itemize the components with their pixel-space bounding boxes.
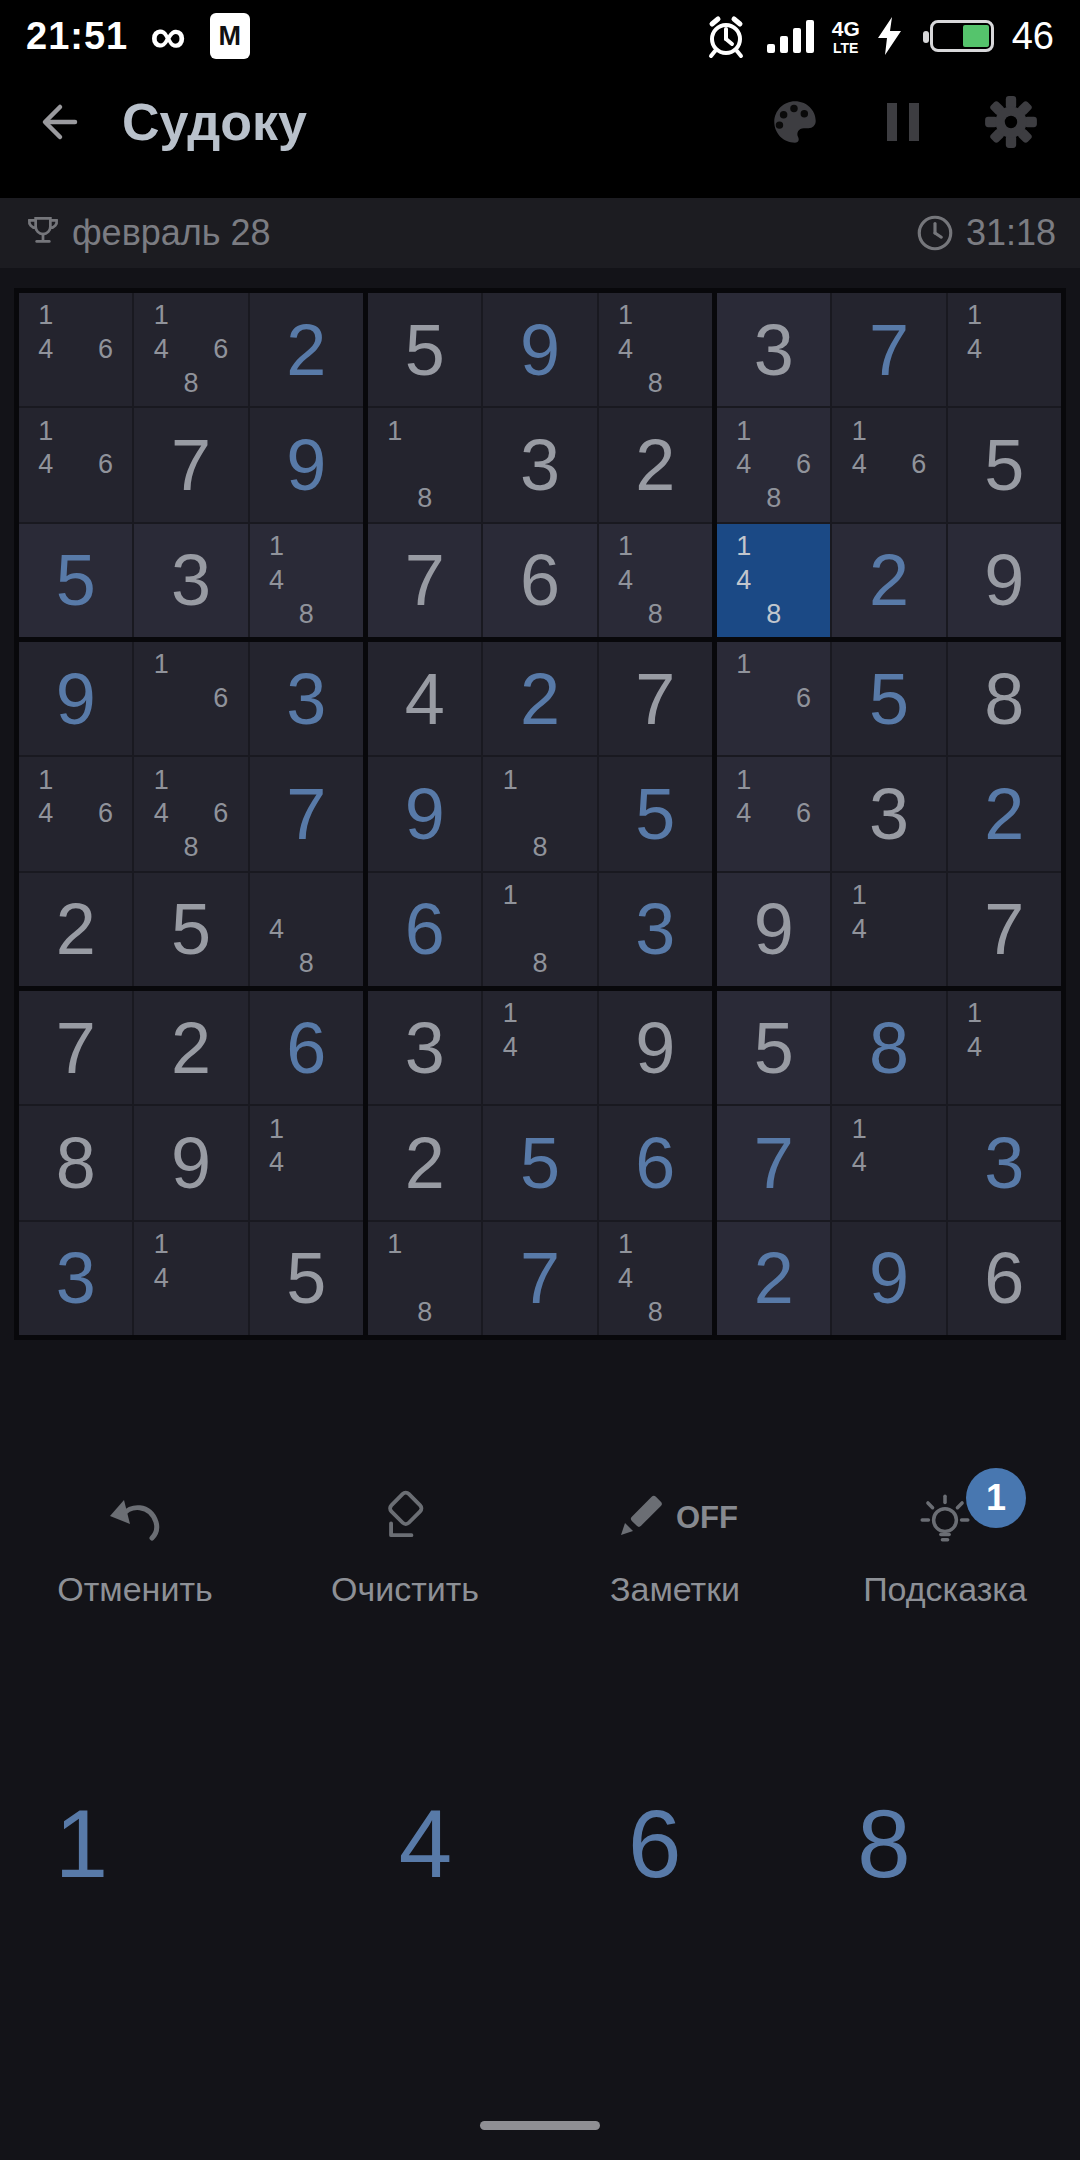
- signal-icon: [767, 19, 814, 53]
- note-8: 8: [291, 946, 321, 980]
- entered-digit: 9: [869, 1242, 909, 1314]
- note-7: [729, 597, 759, 631]
- cell-r3c2[interactable]: 3: [134, 524, 247, 637]
- note-9: [789, 831, 819, 865]
- battery-percent: 46: [1012, 15, 1054, 58]
- cell-r4c3[interactable]: 3: [250, 642, 363, 755]
- pencil-notes: 14: [960, 997, 1049, 1098]
- cell-r3c1[interactable]: 5: [19, 524, 132, 637]
- cell-r7c2[interactable]: 2: [134, 991, 247, 1104]
- entered-digit: 7: [754, 1127, 794, 1199]
- note-2: [874, 414, 904, 448]
- cell-r9c3[interactable]: 5: [250, 1222, 363, 1335]
- block-8: 3149256187148: [368, 991, 712, 1335]
- numpad: 1468: [0, 1777, 1080, 1911]
- pause-button[interactable]: [874, 93, 932, 151]
- cell-r3c5[interactable]: 6: [483, 524, 596, 637]
- note-1: 1: [146, 299, 176, 333]
- note-2: [759, 763, 789, 797]
- cell-r4c4[interactable]: 4: [368, 642, 481, 755]
- given-digit: 9: [984, 544, 1024, 616]
- hint-label: Подсказка: [863, 1570, 1027, 1609]
- entered-digit: 3: [635, 893, 675, 965]
- cell-r1c7[interactable]: 3: [717, 293, 830, 406]
- note-2: [759, 530, 789, 564]
- cell-r6c5[interactable]: 18: [483, 873, 596, 986]
- gmail-icon: M: [210, 13, 250, 59]
- numpad-key-8[interactable]: 8: [827, 1777, 942, 1911]
- cell-r4c7[interactable]: 16: [717, 642, 830, 755]
- note-4: 4: [611, 333, 641, 367]
- note-3: [91, 414, 121, 448]
- note-3: [321, 1112, 351, 1146]
- note-5: [989, 333, 1019, 367]
- cell-r1c4[interactable]: 5: [368, 293, 481, 406]
- note-4: [495, 912, 525, 946]
- given-digit: 2: [405, 1127, 445, 1199]
- note-3: [91, 763, 121, 797]
- note-5: [640, 333, 670, 367]
- note-1: 1: [31, 414, 61, 448]
- cell-r7c9[interactable]: 14: [948, 991, 1061, 1104]
- note-6: 6: [91, 797, 121, 831]
- note-8: [874, 1180, 904, 1214]
- pencil-notes: 146: [729, 763, 818, 864]
- note-3: [1019, 299, 1049, 333]
- note-7: [262, 597, 292, 631]
- cell-r9c4[interactable]: 18: [368, 1222, 481, 1335]
- cell-r6c6[interactable]: 3: [599, 873, 712, 986]
- cell-r2c5[interactable]: 3: [483, 408, 596, 521]
- pencil-notes: 18: [495, 763, 584, 864]
- given-digit: 7: [171, 429, 211, 501]
- note-9: [321, 597, 351, 631]
- note-5: [525, 1031, 555, 1065]
- note-2: [61, 414, 91, 448]
- note-3: [789, 530, 819, 564]
- note-5: [176, 797, 206, 831]
- cell-r5c9[interactable]: 2: [948, 757, 1061, 870]
- note-8: [61, 831, 91, 865]
- entered-digit: 9: [56, 663, 96, 735]
- note-5: [61, 797, 91, 831]
- note-9: [670, 597, 700, 631]
- erase-label: Очистить: [331, 1570, 479, 1609]
- cell-r9c6[interactable]: 148: [599, 1222, 712, 1335]
- note-5: [61, 333, 91, 367]
- given-digit: 2: [171, 1012, 211, 1084]
- note-1: 1: [380, 1228, 410, 1262]
- note-8: 8: [759, 482, 789, 516]
- note-7: [844, 1180, 874, 1214]
- cell-r7c1[interactable]: 7: [19, 991, 132, 1104]
- block-1: 146146821467953148: [19, 293, 363, 637]
- note-7: [960, 1065, 990, 1099]
- note-2: [759, 648, 789, 682]
- note-5: [176, 682, 206, 716]
- given-digit: 7: [56, 1012, 96, 1084]
- note-2: [291, 1112, 321, 1146]
- note-7: [380, 1295, 410, 1329]
- cell-r4c2[interactable]: 16: [134, 642, 247, 755]
- note-7: [380, 482, 410, 516]
- given-digit: 7: [635, 663, 675, 735]
- cell-r5c5[interactable]: 18: [483, 757, 596, 870]
- note-2: [61, 763, 91, 797]
- cell-r9c2[interactable]: 14: [134, 1222, 247, 1335]
- given-digit: 2: [56, 893, 96, 965]
- cell-r7c3[interactable]: 6: [250, 991, 363, 1104]
- pencil-notes: 1468: [146, 763, 235, 864]
- sudoku-board: 1461468214679531485914818327614837141468…: [14, 288, 1066, 1340]
- note-6: [321, 912, 351, 946]
- note-8: [874, 482, 904, 516]
- entered-digit: 2: [869, 544, 909, 616]
- note-4: 4: [844, 1146, 874, 1180]
- network-badge: 4G LTE: [832, 18, 860, 55]
- note-2: [291, 879, 321, 913]
- pencil-notes: 18: [380, 1228, 469, 1329]
- note-6: [789, 563, 819, 597]
- alarm-icon: [703, 13, 749, 59]
- note-5: [640, 1261, 670, 1295]
- note-1: 1: [31, 763, 61, 797]
- settings-button[interactable]: [982, 93, 1040, 151]
- cell-r8c5[interactable]: 5: [483, 1106, 596, 1219]
- undo-button[interactable]: Отменить: [0, 1486, 270, 1609]
- cell-r9c1[interactable]: 3: [19, 1222, 132, 1335]
- given-digit: 3: [754, 314, 794, 386]
- cell-r8c3[interactable]: 14: [250, 1106, 363, 1219]
- note-7: [611, 1295, 641, 1329]
- pencil-notes: 14: [495, 997, 584, 1098]
- block-2: 59148183276148: [368, 293, 712, 637]
- toolbar: Отменить Очистить OFF Заметки: [0, 1486, 1080, 1609]
- note-8: [759, 716, 789, 750]
- cell-r1c9[interactable]: 14: [948, 293, 1061, 406]
- cell-r8c6[interactable]: 6: [599, 1106, 712, 1219]
- cell-r5c3[interactable]: 7: [250, 757, 363, 870]
- pencil-notes: 1468: [729, 414, 818, 515]
- block-9: 58147143296: [717, 991, 1061, 1335]
- note-6: 6: [206, 682, 236, 716]
- cell-r9c8[interactable]: 9: [832, 1222, 945, 1335]
- note-7: [729, 716, 759, 750]
- given-digit: 8: [984, 663, 1024, 735]
- numpad-key-6[interactable]: 6: [597, 1777, 712, 1911]
- note-3: [555, 763, 585, 797]
- gear-icon: [982, 93, 1040, 151]
- note-2: [640, 1228, 670, 1262]
- cell-r2c1[interactable]: 146: [19, 408, 132, 521]
- note-2: [176, 763, 206, 797]
- note-5: [525, 797, 555, 831]
- cell-r3c4[interactable]: 7: [368, 524, 481, 637]
- home-indicator[interactable]: [480, 2121, 600, 2130]
- note-8: [759, 831, 789, 865]
- cell-r9c7[interactable]: 2: [717, 1222, 830, 1335]
- cell-r4c6[interactable]: 7: [599, 642, 712, 755]
- cell-r5c2[interactable]: 1468: [134, 757, 247, 870]
- given-digit: 7: [984, 893, 1024, 965]
- note-9: [91, 482, 121, 516]
- cell-r3c7[interactable]: 148: [717, 524, 830, 637]
- pencil-notes: 14: [960, 299, 1049, 400]
- entered-digit: 2: [286, 314, 326, 386]
- note-1: 1: [146, 1228, 176, 1262]
- note-4: 4: [495, 1031, 525, 1065]
- given-digit: 9: [754, 893, 794, 965]
- cell-r1c3[interactable]: 2: [250, 293, 363, 406]
- pencil-notes: 146: [31, 763, 120, 864]
- infinity-icon: ∞: [150, 19, 186, 54]
- note-2: [525, 997, 555, 1031]
- cell-r3c6[interactable]: 148: [599, 524, 712, 637]
- note-7: [146, 831, 176, 865]
- notes-label: Заметки: [610, 1570, 740, 1609]
- note-4: 4: [729, 448, 759, 482]
- cell-r6c8[interactable]: 14: [832, 873, 945, 986]
- cell-r2c9[interactable]: 5: [948, 408, 1061, 521]
- given-digit: 5: [171, 893, 211, 965]
- note-4: 4: [844, 448, 874, 482]
- note-3: [670, 530, 700, 564]
- cell-r5c8[interactable]: 3: [832, 757, 945, 870]
- note-6: [670, 563, 700, 597]
- note-7: [960, 367, 990, 401]
- note-8: [989, 367, 1019, 401]
- given-digit: 9: [635, 1012, 675, 1084]
- pencil-notes: 1468: [146, 299, 235, 400]
- note-5: [291, 563, 321, 597]
- battery-icon: [930, 20, 994, 52]
- pencil-notes: 14: [146, 1228, 235, 1329]
- erase-button[interactable]: Очистить: [270, 1486, 540, 1609]
- note-1: 1: [611, 530, 641, 564]
- note-3: [1019, 997, 1049, 1031]
- entered-digit: 5: [635, 778, 675, 850]
- cell-r1c1[interactable]: 146: [19, 293, 132, 406]
- note-6: 6: [789, 682, 819, 716]
- cell-r4c1[interactable]: 9: [19, 642, 132, 755]
- entered-digit: 7: [286, 778, 326, 850]
- cell-r1c5[interactable]: 9: [483, 293, 596, 406]
- cell-r6c1[interactable]: 2: [19, 873, 132, 986]
- hint-button[interactable]: 1 Подсказка: [810, 1486, 1080, 1609]
- note-6: 6: [206, 333, 236, 367]
- numpad-key-1[interactable]: 1: [24, 1777, 139, 1911]
- note-4: 4: [31, 333, 61, 367]
- note-7: [729, 831, 759, 865]
- note-2: [874, 879, 904, 913]
- entered-digit: 3: [286, 663, 326, 735]
- cell-r1c6[interactable]: 148: [599, 293, 712, 406]
- block-5: 42791856183: [368, 642, 712, 986]
- note-8: 8: [176, 367, 206, 401]
- cell-r6c9[interactable]: 7: [948, 873, 1061, 986]
- given-digit: 5: [754, 1012, 794, 1084]
- palette-icon: [766, 93, 824, 151]
- notes-button[interactable]: OFF Заметки: [540, 1486, 810, 1609]
- charging-icon: [878, 17, 902, 55]
- cell-r8c8[interactable]: 14: [832, 1106, 945, 1219]
- note-4: 4: [960, 333, 990, 367]
- note-1: 1: [729, 530, 759, 564]
- note-8: 8: [640, 1295, 670, 1329]
- cell-r5c4[interactable]: 9: [368, 757, 481, 870]
- cell-r4c5[interactable]: 2: [483, 642, 596, 755]
- entered-digit: 9: [520, 314, 560, 386]
- note-4: 4: [960, 1031, 990, 1065]
- note-3: [440, 1228, 470, 1262]
- cell-r2c3[interactable]: 9: [250, 408, 363, 521]
- entered-digit: 3: [56, 1242, 96, 1314]
- cell-r3c8[interactable]: 2: [832, 524, 945, 637]
- note-3: [670, 299, 700, 333]
- note-4: 4: [729, 563, 759, 597]
- note-2: [759, 414, 789, 448]
- note-9: [670, 367, 700, 401]
- cell-r8c4[interactable]: 2: [368, 1106, 481, 1219]
- note-6: [1019, 1031, 1049, 1065]
- note-7: [146, 1295, 176, 1329]
- cell-r9c5[interactable]: 7: [483, 1222, 596, 1335]
- numpad-key-4[interactable]: 4: [368, 1777, 483, 1911]
- note-8: [291, 1180, 321, 1214]
- cell-r6c4[interactable]: 6: [368, 873, 481, 986]
- cell-r7c7[interactable]: 5: [717, 991, 830, 1104]
- cell-r8c1[interactable]: 8: [19, 1106, 132, 1219]
- cell-r7c4[interactable]: 3: [368, 991, 481, 1104]
- cell-r6c3[interactable]: 48: [250, 873, 363, 986]
- note-6: [555, 1031, 585, 1065]
- cell-r1c2[interactable]: 1468: [134, 293, 247, 406]
- cell-r4c9[interactable]: 8: [948, 642, 1061, 755]
- pencil-notes: 18: [380, 414, 469, 515]
- cell-r8c2[interactable]: 9: [134, 1106, 247, 1219]
- note-6: [206, 1261, 236, 1295]
- note-8: [176, 1295, 206, 1329]
- note-9: [206, 831, 236, 865]
- hint-count-badge: 1: [966, 1468, 1026, 1528]
- note-4: 4: [729, 797, 759, 831]
- cell-r7c5[interactable]: 14: [483, 991, 596, 1104]
- note-1: 1: [146, 648, 176, 682]
- note-2: [525, 763, 555, 797]
- cell-r2c4[interactable]: 18: [368, 408, 481, 521]
- cell-r7c6[interactable]: 9: [599, 991, 712, 1104]
- note-9: [440, 482, 470, 516]
- note-9: [206, 1295, 236, 1329]
- note-8: 8: [410, 1295, 440, 1329]
- note-7: [262, 946, 292, 980]
- note-5: [291, 1146, 321, 1180]
- entered-digit: 7: [869, 314, 909, 386]
- note-3: [206, 648, 236, 682]
- note-2: [410, 1228, 440, 1262]
- cell-r8c7[interactable]: 7: [717, 1106, 830, 1219]
- pencil-notes: 14: [844, 1112, 933, 1213]
- given-digit: 3: [869, 778, 909, 850]
- cell-r2c2[interactable]: 7: [134, 408, 247, 521]
- cell-r6c2[interactable]: 5: [134, 873, 247, 986]
- note-1: 1: [960, 299, 990, 333]
- note-6: 6: [91, 448, 121, 482]
- note-7: [729, 482, 759, 516]
- cell-r9c9[interactable]: 6: [948, 1222, 1061, 1335]
- note-4: [380, 1261, 410, 1295]
- note-6: [555, 797, 585, 831]
- cell-r5c6[interactable]: 5: [599, 757, 712, 870]
- pencil-notes: 148: [611, 1228, 700, 1329]
- cell-r5c7[interactable]: 146: [717, 757, 830, 870]
- entered-digit: 2: [520, 663, 560, 735]
- note-4: 4: [31, 797, 61, 831]
- note-2: [410, 414, 440, 448]
- note-6: 6: [206, 797, 236, 831]
- note-2: [874, 1112, 904, 1146]
- timer-value: 31:18: [966, 212, 1056, 254]
- note-1: 1: [495, 879, 525, 913]
- cell-r3c9[interactable]: 9: [948, 524, 1061, 637]
- undo-label: Отменить: [57, 1570, 212, 1609]
- note-2: [291, 530, 321, 564]
- block-4: 9163146146872548: [19, 642, 363, 986]
- note-5: [874, 448, 904, 482]
- note-9: [555, 831, 585, 865]
- note-6: [904, 1146, 934, 1180]
- note-4: [729, 682, 759, 716]
- pencil-notes: 18: [495, 879, 584, 980]
- note-8: 8: [759, 597, 789, 631]
- note-4: [495, 797, 525, 831]
- cell-r7c8[interactable]: 8: [832, 991, 945, 1104]
- note-9: [789, 482, 819, 516]
- note-7: [262, 1180, 292, 1214]
- theme-palette-button[interactable]: [766, 93, 824, 151]
- note-9: [1019, 367, 1049, 401]
- note-3: [321, 879, 351, 913]
- info-bar: февраль 28 31:18: [0, 198, 1080, 268]
- pencil-notes: 16: [729, 648, 818, 749]
- pencil-notes: 146: [31, 414, 120, 515]
- note-5: [759, 563, 789, 597]
- entered-digit: 7: [520, 1242, 560, 1314]
- note-1: 1: [844, 414, 874, 448]
- note-3: [789, 648, 819, 682]
- note-7: [31, 367, 61, 401]
- back-button[interactable]: [34, 98, 82, 146]
- note-3: [206, 1228, 236, 1262]
- note-4: 4: [146, 1261, 176, 1295]
- cell-r2c6[interactable]: 2: [599, 408, 712, 521]
- note-9: [904, 482, 934, 516]
- note-3: [440, 414, 470, 448]
- note-1: 1: [495, 763, 525, 797]
- block-7: 72689143145: [19, 991, 363, 1335]
- cell-r3c3[interactable]: 148: [250, 524, 363, 637]
- cell-r2c8[interactable]: 146: [832, 408, 945, 521]
- note-4: 4: [262, 912, 292, 946]
- cell-r6c7[interactable]: 9: [717, 873, 830, 986]
- cell-r1c8[interactable]: 7: [832, 293, 945, 406]
- entered-digit: 6: [635, 1127, 675, 1199]
- cell-r5c1[interactable]: 146: [19, 757, 132, 870]
- cell-r8c9[interactable]: 3: [948, 1106, 1061, 1219]
- cell-r4c8[interactable]: 5: [832, 642, 945, 755]
- note-1: 1: [31, 299, 61, 333]
- cell-r2c7[interactable]: 1468: [717, 408, 830, 521]
